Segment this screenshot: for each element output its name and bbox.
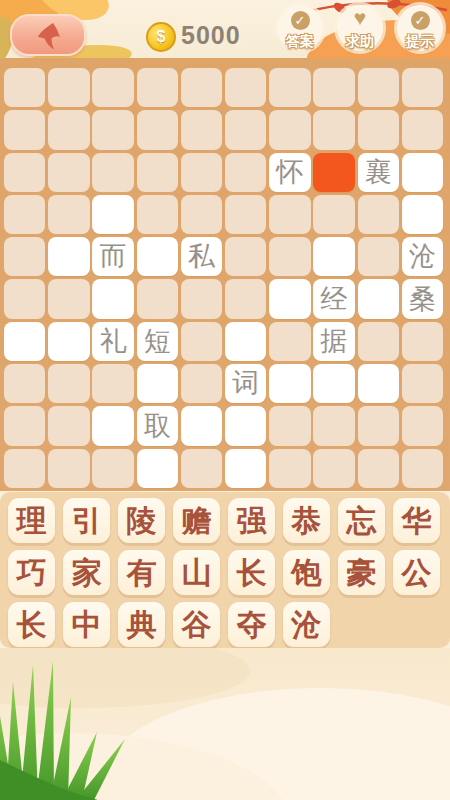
board-cell-blank — [48, 195, 89, 234]
board-cell-empty[interactable] — [358, 279, 399, 318]
board-cell-blank — [48, 68, 89, 107]
back-button[interactable] — [10, 14, 86, 56]
coin-icon: $ — [146, 22, 176, 52]
board-cell-blank — [181, 449, 222, 488]
tray-tile[interactable]: 沧 — [283, 602, 330, 647]
board-cell-blank — [48, 406, 89, 445]
tray-tile[interactable]: 夺 — [228, 602, 275, 647]
board-cell-blank — [181, 110, 222, 149]
board-cell-filled[interactable]: 短 — [137, 322, 178, 361]
board-cell-blank — [181, 68, 222, 107]
tray-tile[interactable]: 饱 — [283, 550, 330, 595]
board-cell-blank — [48, 449, 89, 488]
tray-tile[interactable]: 典 — [118, 602, 165, 647]
board-cell-blank — [225, 279, 266, 318]
answer-button[interactable]: ✓ 答案 — [277, 5, 323, 51]
board-cell-blank — [4, 68, 45, 107]
help-button-label: 求助 — [337, 33, 383, 51]
board-cell-blank — [137, 153, 178, 192]
board-cell-blank — [358, 68, 399, 107]
back-arrow-icon — [31, 18, 65, 52]
board-cell-blank — [181, 195, 222, 234]
tray-tile[interactable]: 豪 — [338, 550, 385, 595]
board-cell-blank — [225, 237, 266, 276]
tray-tile[interactable]: 巧 — [8, 550, 55, 595]
board-cell-blank — [225, 68, 266, 107]
ground-background — [0, 648, 450, 800]
board-cell-blank — [4, 237, 45, 276]
board-cell-filled[interactable]: 而 — [92, 237, 133, 276]
board-cell-empty[interactable] — [92, 279, 133, 318]
tray-tile[interactable]: 长 — [8, 602, 55, 647]
board-cell-blank — [181, 322, 222, 361]
board-cell-filled[interactable]: 私 — [181, 237, 222, 276]
board-cell-blank — [225, 195, 266, 234]
header-bar: $ 5000 ✓ 答案 ♥ 求助 ✓ 提示 — [0, 0, 450, 58]
board-cell-blank — [48, 364, 89, 403]
board-cell-empty[interactable] — [225, 406, 266, 445]
board-cell-blank — [402, 406, 443, 445]
board-cell-blank — [269, 406, 310, 445]
board-cell-blank — [92, 449, 133, 488]
board-cell-blank — [181, 153, 222, 192]
board-cell-blank — [269, 68, 310, 107]
tray-tile[interactable]: 理 — [8, 498, 55, 543]
tray-tile[interactable]: 强 — [228, 498, 275, 543]
board-cell-blank — [137, 195, 178, 234]
board-cell-empty[interactable] — [181, 406, 222, 445]
board-cell-filled[interactable]: 据 — [313, 322, 354, 361]
board-cell-blank — [358, 237, 399, 276]
board-cell-blank — [269, 110, 310, 149]
tray-tile[interactable]: 有 — [118, 550, 165, 595]
board-cell-blank — [269, 237, 310, 276]
board-cell-empty[interactable] — [269, 364, 310, 403]
board-cell-empty[interactable] — [402, 195, 443, 234]
board-cell-blank — [313, 406, 354, 445]
help-button[interactable]: ♥ 求助 — [337, 5, 383, 51]
board-cell-selected[interactable] — [313, 153, 354, 192]
board-grid: 怀襄而私沧经桑礼短据词取 — [4, 68, 443, 488]
board-cell-blank — [4, 406, 45, 445]
tray-tile[interactable]: 赡 — [173, 498, 220, 543]
board-cell-empty[interactable] — [137, 364, 178, 403]
board-cell-blank — [402, 68, 443, 107]
board-cell-blank — [402, 110, 443, 149]
board-cell-filled[interactable]: 词 — [225, 364, 266, 403]
board-cell-blank — [358, 322, 399, 361]
tray-tile[interactable]: 长 — [228, 550, 275, 595]
board-cell-empty[interactable] — [313, 237, 354, 276]
tray-row: 巧家有山长饱豪公 — [8, 550, 440, 595]
board-cell-blank — [4, 153, 45, 192]
board-cell-blank — [4, 279, 45, 318]
board-cell-filled[interactable]: 沧 — [402, 237, 443, 276]
board-cell-empty[interactable] — [137, 237, 178, 276]
board-cell-blank — [92, 110, 133, 149]
board-cell-filled[interactable]: 礼 — [92, 322, 133, 361]
board-cell-empty[interactable] — [402, 153, 443, 192]
board-cell-blank — [269, 195, 310, 234]
tray-tile[interactable]: 谷 — [173, 602, 220, 647]
board-cell-filled[interactable]: 取 — [137, 406, 178, 445]
board-cell-blank — [402, 364, 443, 403]
board-cell-empty[interactable] — [313, 364, 354, 403]
hint-button[interactable]: ✓ 提示 — [397, 5, 443, 51]
board-cell-empty[interactable] — [225, 449, 266, 488]
board-cell-blank — [402, 322, 443, 361]
board-cell-empty[interactable] — [137, 449, 178, 488]
board-cell-blank — [48, 153, 89, 192]
tray-row: 长中典谷夺沧 — [8, 602, 330, 647]
board-cell-blank — [358, 449, 399, 488]
board-cell-filled[interactable]: 襄 — [358, 153, 399, 192]
heart-hands-icon: ♥ — [337, 6, 383, 29]
board-cell-blank — [313, 110, 354, 149]
board-cell-empty[interactable] — [358, 364, 399, 403]
board-cell-blank — [225, 110, 266, 149]
hint-button-label: 提示 — [397, 33, 443, 51]
coin-amount: 5000 — [181, 21, 241, 50]
board-cell-blank — [358, 406, 399, 445]
check-circle-icon: ✓ — [411, 11, 430, 30]
board-cell-blank — [92, 153, 133, 192]
board-cell-empty[interactable] — [269, 279, 310, 318]
board-cell-blank — [48, 110, 89, 149]
game-screen: $ 5000 ✓ 答案 ♥ 求助 ✓ 提示 怀襄而私沧经桑礼短据词取 理引陵赡强… — [0, 0, 450, 800]
grass-icon — [0, 660, 146, 800]
tray-tile[interactable]: 引 — [63, 498, 110, 543]
board-cell-blank — [358, 195, 399, 234]
board-cell-blank — [137, 110, 178, 149]
tray-tile[interactable]: 华 — [393, 498, 440, 543]
board-cell-blank — [92, 364, 133, 403]
board-cell-empty[interactable] — [4, 322, 45, 361]
board-cell-empty[interactable] — [92, 195, 133, 234]
board-cell-blank — [181, 364, 222, 403]
board-cell-blank — [4, 195, 45, 234]
board-cell-blank — [313, 68, 354, 107]
board-cell-blank — [92, 68, 133, 107]
board-cell-empty[interactable] — [92, 406, 133, 445]
answer-button-label: 答案 — [277, 33, 323, 51]
crossword-board: 怀襄而私沧经桑礼短据词取 — [0, 58, 450, 491]
board-cell-blank — [48, 279, 89, 318]
board-cell-blank — [225, 153, 266, 192]
tray-tile[interactable]: 公 — [393, 550, 440, 595]
tray-row: 理引陵赡强恭忘华 — [8, 498, 440, 543]
board-cell-blank — [137, 279, 178, 318]
board-cell-blank — [4, 449, 45, 488]
board-cell-blank — [269, 449, 310, 488]
board-cell-blank — [313, 449, 354, 488]
board-cell-filled[interactable]: 桑 — [402, 279, 443, 318]
tray-tile[interactable]: 山 — [173, 550, 220, 595]
board-cell-blank — [313, 195, 354, 234]
board-cell-blank — [269, 322, 310, 361]
board-cell-empty[interactable] — [48, 322, 89, 361]
tray-tile[interactable]: 陵 — [118, 498, 165, 543]
tray-tile[interactable]: 恭 — [283, 498, 330, 543]
tray-tile[interactable]: 家 — [63, 550, 110, 595]
board-cell-filled[interactable]: 经 — [313, 279, 354, 318]
check-circle-icon: ✓ — [291, 11, 310, 30]
tray-tile[interactable]: 忘 — [338, 498, 385, 543]
board-cell-blank — [402, 449, 443, 488]
board-cell-blank — [358, 110, 399, 149]
board-cell-blank — [4, 110, 45, 149]
board-cell-empty[interactable] — [48, 237, 89, 276]
board-cell-empty[interactable] — [225, 322, 266, 361]
tile-tray: 理引陵赡强恭忘华巧家有山长饱豪公长中典谷夺沧 — [0, 492, 450, 648]
board-cell-blank — [137, 68, 178, 107]
board-cell-blank — [181, 279, 222, 318]
tray-tile[interactable]: 中 — [63, 602, 110, 647]
board-cell-filled[interactable]: 怀 — [269, 153, 310, 192]
board-cell-blank — [4, 364, 45, 403]
